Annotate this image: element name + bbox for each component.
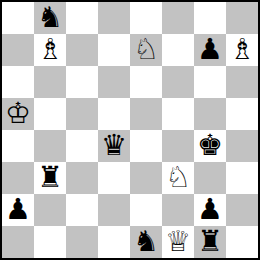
square-d8[interactable] [98, 2, 130, 34]
square-c6[interactable] [66, 66, 98, 98]
square-g6[interactable] [194, 66, 226, 98]
square-e3[interactable] [130, 162, 162, 194]
square-f4[interactable] [162, 130, 194, 162]
square-h7[interactable]: ♗ [226, 34, 258, 66]
square-d7[interactable] [98, 34, 130, 66]
square-e1[interactable]: ♞ [130, 226, 162, 258]
black-knight-icon: ♞ [37, 2, 63, 33]
square-a5[interactable]: ♔ [2, 98, 34, 130]
square-g5[interactable] [194, 98, 226, 130]
black-queen-icon: ♛ [101, 130, 127, 161]
square-g4[interactable]: ♚ [194, 130, 226, 162]
square-c5[interactable] [66, 98, 98, 130]
square-f3[interactable]: ♘ [162, 162, 194, 194]
square-g8[interactable] [194, 2, 226, 34]
square-h4[interactable] [226, 130, 258, 162]
square-f5[interactable] [162, 98, 194, 130]
black-rook-icon: ♜ [197, 226, 223, 257]
square-h2[interactable] [226, 194, 258, 226]
square-h1[interactable] [226, 226, 258, 258]
black-pawn-icon: ♟ [5, 194, 31, 225]
square-d1[interactable] [98, 226, 130, 258]
square-a6[interactable] [2, 66, 34, 98]
square-b7[interactable]: ♗ [34, 34, 66, 66]
square-g2[interactable]: ♟ [194, 194, 226, 226]
black-king-icon: ♚ [197, 130, 223, 161]
square-d4[interactable]: ♛ [98, 130, 130, 162]
square-b3[interactable]: ♜ [34, 162, 66, 194]
square-b4[interactable] [34, 130, 66, 162]
square-a2[interactable]: ♟ [2, 194, 34, 226]
black-knight-icon: ♞ [133, 226, 159, 257]
square-f2[interactable] [162, 194, 194, 226]
square-f6[interactable] [162, 66, 194, 98]
square-c7[interactable] [66, 34, 98, 66]
white-king-icon: ♔ [5, 98, 31, 129]
square-h3[interactable] [226, 162, 258, 194]
chessboard-grid: ♞♗♘♟♗♔♛♚♜♘♟♟♞♕♜ [2, 2, 258, 258]
square-e8[interactable] [130, 2, 162, 34]
square-d2[interactable] [98, 194, 130, 226]
black-rook-icon: ♜ [37, 162, 63, 193]
square-b2[interactable] [34, 194, 66, 226]
white-bishop-icon: ♗ [37, 34, 63, 65]
white-queen-icon: ♕ [165, 226, 191, 257]
white-knight-icon: ♘ [133, 34, 159, 65]
square-h8[interactable] [226, 2, 258, 34]
white-knight-icon: ♘ [165, 162, 191, 193]
square-c8[interactable] [66, 2, 98, 34]
square-f1[interactable]: ♕ [162, 226, 194, 258]
square-h5[interactable] [226, 98, 258, 130]
square-b5[interactable] [34, 98, 66, 130]
square-c4[interactable] [66, 130, 98, 162]
black-pawn-icon: ♟ [197, 34, 223, 65]
square-b6[interactable] [34, 66, 66, 98]
square-e2[interactable] [130, 194, 162, 226]
square-f8[interactable] [162, 2, 194, 34]
square-e6[interactable] [130, 66, 162, 98]
square-b1[interactable] [34, 226, 66, 258]
square-d5[interactable] [98, 98, 130, 130]
square-c2[interactable] [66, 194, 98, 226]
square-d3[interactable] [98, 162, 130, 194]
square-g3[interactable] [194, 162, 226, 194]
square-f7[interactable] [162, 34, 194, 66]
black-pawn-icon: ♟ [197, 194, 223, 225]
square-g1[interactable]: ♜ [194, 226, 226, 258]
square-g7[interactable]: ♟ [194, 34, 226, 66]
square-a7[interactable] [2, 34, 34, 66]
square-a1[interactable] [2, 226, 34, 258]
square-a8[interactable] [2, 2, 34, 34]
square-b8[interactable]: ♞ [34, 2, 66, 34]
white-bishop-icon: ♗ [229, 34, 255, 65]
square-h6[interactable] [226, 66, 258, 98]
square-e7[interactable]: ♘ [130, 34, 162, 66]
square-c1[interactable] [66, 226, 98, 258]
square-d6[interactable] [98, 66, 130, 98]
square-e5[interactable] [130, 98, 162, 130]
square-a3[interactable] [2, 162, 34, 194]
square-c3[interactable] [66, 162, 98, 194]
chess-diagram: ♞♗♘♟♗♔♛♚♜♘♟♟♞♕♜ [0, 0, 260, 260]
square-e4[interactable] [130, 130, 162, 162]
square-a4[interactable] [2, 130, 34, 162]
